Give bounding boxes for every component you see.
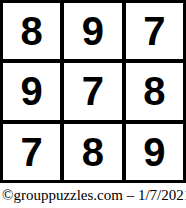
- tictac-board: 8 9 7 9 7 8 7 8 9: [0, 0, 186, 183]
- copyright-text: ©grouppuzzles.com – 1/7/2021: [2, 187, 186, 204]
- cell-r3c2: 8: [64, 124, 121, 180]
- cell-r2c2: 7: [64, 63, 121, 119]
- cell-r1c2: 9: [64, 3, 121, 59]
- cell-r3c3: 9: [126, 124, 183, 180]
- cell-r2c1: 9: [3, 63, 60, 119]
- cell-r3c1: 7: [3, 124, 60, 180]
- cell-r1c1: 8: [3, 3, 60, 59]
- puzzle-page: 8 9 7 9 7 8 7 8 9 ©grouppuzzles.com – 1/…: [0, 0, 186, 208]
- cell-r2c3: 8: [126, 63, 183, 119]
- copyright-footer: ©grouppuzzles.com – 1/7/2021: [0, 183, 186, 208]
- cell-r1c3: 7: [126, 3, 183, 59]
